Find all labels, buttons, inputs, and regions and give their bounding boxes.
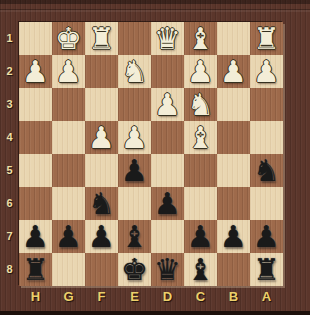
square-a4[interactable] <box>250 121 283 154</box>
piece-black-pawn[interactable]: ♟ <box>253 222 280 252</box>
file-label-h: H <box>19 288 52 306</box>
piece-white-rook[interactable]: ♜ <box>88 24 115 54</box>
piece-black-queen[interactable]: ♛ <box>154 255 181 285</box>
square-e2[interactable]: ♞ <box>118 55 151 88</box>
square-a3[interactable] <box>250 88 283 121</box>
rank-labels: 12345678 <box>0 22 19 286</box>
square-b7[interactable]: ♟ <box>217 220 250 253</box>
square-e6[interactable] <box>118 187 151 220</box>
piece-black-knight[interactable]: ♞ <box>88 189 115 219</box>
square-c6[interactable] <box>184 187 217 220</box>
square-h3[interactable] <box>19 88 52 121</box>
square-h4[interactable] <box>19 121 52 154</box>
square-c5[interactable] <box>184 154 217 187</box>
square-g6[interactable] <box>52 187 85 220</box>
square-a5[interactable]: ♞ <box>250 154 283 187</box>
square-e5[interactable]: ♟ <box>118 154 151 187</box>
square-c2[interactable]: ♟ <box>184 55 217 88</box>
square-d7[interactable] <box>151 220 184 253</box>
square-d2[interactable] <box>151 55 184 88</box>
file-labels: HGFEDCBA <box>19 288 283 306</box>
file-label-b: B <box>217 288 250 306</box>
piece-white-queen[interactable]: ♛ <box>154 24 181 54</box>
file-label-c: C <box>184 288 217 306</box>
rank-label-5: 5 <box>0 154 19 187</box>
rank-label-7: 7 <box>0 220 19 253</box>
file-label-a: A <box>250 288 283 306</box>
square-e7[interactable]: ♝ <box>118 220 151 253</box>
file-label-e: E <box>118 288 151 306</box>
square-h5[interactable] <box>19 154 52 187</box>
square-d3[interactable]: ♟ <box>151 88 184 121</box>
piece-white-pawn[interactable]: ♟ <box>121 123 148 153</box>
square-f7[interactable]: ♟ <box>85 220 118 253</box>
rank-label-1: 1 <box>0 22 19 55</box>
piece-black-pawn[interactable]: ♟ <box>121 156 148 186</box>
piece-white-pawn[interactable]: ♟ <box>154 90 181 120</box>
square-f4[interactable]: ♟ <box>85 121 118 154</box>
rank-label-4: 4 <box>0 121 19 154</box>
piece-black-pawn[interactable]: ♟ <box>154 189 181 219</box>
piece-black-pawn[interactable]: ♟ <box>88 222 115 252</box>
square-b8[interactable] <box>217 253 250 286</box>
rank-label-3: 3 <box>0 88 19 121</box>
piece-black-bishop[interactable]: ♝ <box>187 255 214 285</box>
piece-white-bishop[interactable]: ♝ <box>187 123 214 153</box>
piece-black-pawn[interactable]: ♟ <box>55 222 82 252</box>
square-g4[interactable] <box>52 121 85 154</box>
piece-white-pawn[interactable]: ♟ <box>55 57 82 87</box>
square-b6[interactable] <box>217 187 250 220</box>
square-f3[interactable] <box>85 88 118 121</box>
piece-black-bishop[interactable]: ♝ <box>121 222 148 252</box>
square-g7[interactable]: ♟ <box>52 220 85 253</box>
square-e8[interactable]: ♚ <box>118 253 151 286</box>
square-c7[interactable]: ♟ <box>184 220 217 253</box>
square-e3[interactable] <box>118 88 151 121</box>
square-d1[interactable]: ♛ <box>151 22 184 55</box>
file-label-g: G <box>52 288 85 306</box>
piece-white-knight[interactable]: ♞ <box>187 90 214 120</box>
square-g8[interactable] <box>52 253 85 286</box>
square-g2[interactable]: ♟ <box>52 55 85 88</box>
square-c4[interactable]: ♝ <box>184 121 217 154</box>
square-e1[interactable] <box>118 22 151 55</box>
square-h7[interactable]: ♟ <box>19 220 52 253</box>
square-f1[interactable]: ♜ <box>85 22 118 55</box>
square-d4[interactable] <box>151 121 184 154</box>
rank-label-2: 2 <box>0 55 19 88</box>
square-c8[interactable]: ♝ <box>184 253 217 286</box>
square-b4[interactable] <box>217 121 250 154</box>
square-b2[interactable]: ♟ <box>217 55 250 88</box>
square-e4[interactable]: ♟ <box>118 121 151 154</box>
piece-black-rook[interactable]: ♜ <box>253 255 280 285</box>
square-h8[interactable]: ♜ <box>19 253 52 286</box>
square-a6[interactable] <box>250 187 283 220</box>
piece-white-pawn[interactable]: ♟ <box>22 57 49 87</box>
piece-white-king[interactable]: ♚ <box>55 24 82 54</box>
square-f5[interactable] <box>85 154 118 187</box>
piece-black-rook[interactable]: ♜ <box>22 255 49 285</box>
square-d5[interactable] <box>151 154 184 187</box>
piece-black-king[interactable]: ♚ <box>121 255 148 285</box>
piece-white-pawn[interactable]: ♟ <box>220 57 247 87</box>
chess-board: ♚♜♛♝♜♟♟♞♟♟♟♟♞♟♟♝♟♞♞♟♟♟♟♝♟♟♟♜♚♛♝♜ <box>19 22 283 286</box>
square-c1[interactable]: ♝ <box>184 22 217 55</box>
square-b3[interactable] <box>217 88 250 121</box>
square-g3[interactable] <box>52 88 85 121</box>
piece-black-pawn[interactable]: ♟ <box>220 222 247 252</box>
square-f8[interactable] <box>85 253 118 286</box>
square-c3[interactable]: ♞ <box>184 88 217 121</box>
square-a7[interactable]: ♟ <box>250 220 283 253</box>
square-a8[interactable]: ♜ <box>250 253 283 286</box>
piece-white-pawn[interactable]: ♟ <box>88 123 115 153</box>
square-b1[interactable] <box>217 22 250 55</box>
piece-white-bishop[interactable]: ♝ <box>187 24 214 54</box>
square-d8[interactable]: ♛ <box>151 253 184 286</box>
square-f2[interactable] <box>85 55 118 88</box>
piece-black-pawn[interactable]: ♟ <box>22 222 49 252</box>
piece-white-pawn[interactable]: ♟ <box>187 57 214 87</box>
square-f6[interactable]: ♞ <box>85 187 118 220</box>
square-d6[interactable]: ♟ <box>151 187 184 220</box>
piece-white-rook[interactable]: ♜ <box>253 24 280 54</box>
square-h2[interactable]: ♟ <box>19 55 52 88</box>
square-b5[interactable] <box>217 154 250 187</box>
square-g1[interactable]: ♚ <box>52 22 85 55</box>
board-frame: 12345678 ♚♜♛♝♜♟♟♞♟♟♟♟♞♟♟♝♟♞♞♟♟♟♟♝♟♟♟♜♚♛♝… <box>0 0 310 315</box>
file-label-f: F <box>85 288 118 306</box>
square-h6[interactable] <box>19 187 52 220</box>
piece-white-knight[interactable]: ♞ <box>121 57 148 87</box>
file-label-d: D <box>151 288 184 306</box>
square-h1[interactable] <box>19 22 52 55</box>
piece-white-pawn[interactable]: ♟ <box>253 57 280 87</box>
piece-black-pawn[interactable]: ♟ <box>187 222 214 252</box>
square-a2[interactable]: ♟ <box>250 55 283 88</box>
square-a1[interactable]: ♜ <box>250 22 283 55</box>
rank-label-6: 6 <box>0 187 19 220</box>
rank-label-8: 8 <box>0 253 19 286</box>
piece-black-knight[interactable]: ♞ <box>253 156 280 186</box>
square-g5[interactable] <box>52 154 85 187</box>
